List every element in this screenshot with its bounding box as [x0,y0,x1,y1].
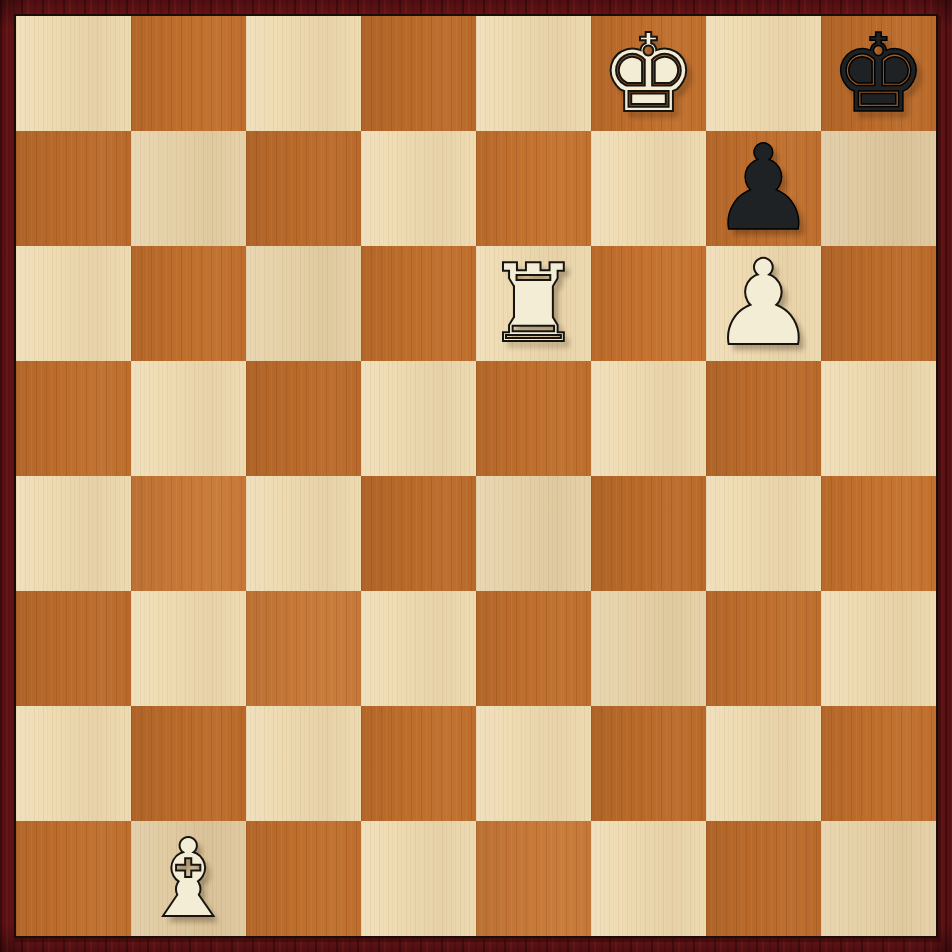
chess-board: ♚♚♟♜♟♝ [16,16,936,936]
square-g7[interactable]: ♟ [706,131,821,246]
square-h4[interactable] [821,476,936,591]
square-c3[interactable] [246,591,361,706]
square-h7[interactable] [821,131,936,246]
square-d5[interactable] [361,361,476,476]
square-a3[interactable] [16,591,131,706]
square-g3[interactable] [706,591,821,706]
square-g1[interactable] [706,821,821,936]
square-g4[interactable] [706,476,821,591]
square-d2[interactable] [361,706,476,821]
square-a7[interactable] [16,131,131,246]
square-d7[interactable] [361,131,476,246]
square-f6[interactable] [591,246,706,361]
board-frame: ♚♚♟♜♟♝ [0,0,952,952]
white-king[interactable]: ♚ [600,16,697,131]
square-f4[interactable] [591,476,706,591]
square-b5[interactable] [131,361,246,476]
square-d3[interactable] [361,591,476,706]
square-h8[interactable]: ♚ [821,16,936,131]
square-c8[interactable] [246,16,361,131]
square-b1[interactable]: ♝ [131,821,246,936]
square-a1[interactable] [16,821,131,936]
square-d4[interactable] [361,476,476,591]
square-f8[interactable]: ♚ [591,16,706,131]
square-e7[interactable] [476,131,591,246]
square-c7[interactable] [246,131,361,246]
square-g5[interactable] [706,361,821,476]
square-f7[interactable] [591,131,706,246]
square-f5[interactable] [591,361,706,476]
square-f2[interactable] [591,706,706,821]
square-e5[interactable] [476,361,591,476]
square-c2[interactable] [246,706,361,821]
square-g6[interactable]: ♟ [706,246,821,361]
square-e4[interactable] [476,476,591,591]
square-a2[interactable] [16,706,131,821]
square-b3[interactable] [131,591,246,706]
square-g8[interactable] [706,16,821,131]
square-h1[interactable] [821,821,936,936]
square-d8[interactable] [361,16,476,131]
square-e3[interactable] [476,591,591,706]
square-e6[interactable]: ♜ [476,246,591,361]
square-h2[interactable] [821,706,936,821]
square-g2[interactable] [706,706,821,821]
square-h3[interactable] [821,591,936,706]
square-b4[interactable] [131,476,246,591]
white-rook[interactable]: ♜ [485,246,582,361]
square-f3[interactable] [591,591,706,706]
square-a5[interactable] [16,361,131,476]
square-a4[interactable] [16,476,131,591]
square-c5[interactable] [246,361,361,476]
square-b6[interactable] [131,246,246,361]
square-b2[interactable] [131,706,246,821]
black-king[interactable]: ♚ [830,16,927,131]
square-c1[interactable] [246,821,361,936]
square-c4[interactable] [246,476,361,591]
square-h5[interactable] [821,361,936,476]
square-b8[interactable] [131,16,246,131]
square-h6[interactable] [821,246,936,361]
square-b7[interactable] [131,131,246,246]
black-pawn[interactable]: ♟ [711,131,817,246]
white-bishop[interactable]: ♝ [140,821,237,936]
square-f1[interactable] [591,821,706,936]
square-d6[interactable] [361,246,476,361]
square-e2[interactable] [476,706,591,821]
square-d1[interactable] [361,821,476,936]
square-a6[interactable] [16,246,131,361]
white-pawn[interactable]: ♟ [711,246,817,361]
square-c6[interactable] [246,246,361,361]
square-a8[interactable] [16,16,131,131]
square-e1[interactable] [476,821,591,936]
square-e8[interactable] [476,16,591,131]
